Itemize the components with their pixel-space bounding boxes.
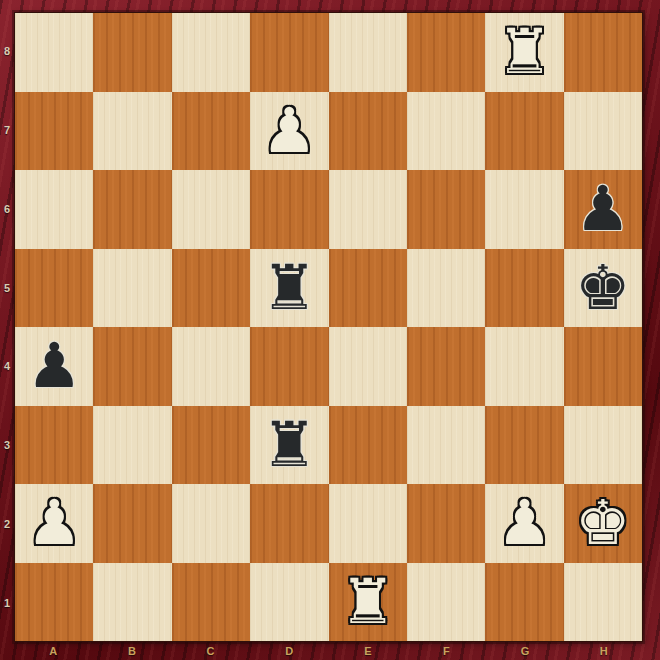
square-d3[interactable]: ♜ bbox=[250, 406, 328, 485]
square-e8[interactable] bbox=[329, 13, 407, 92]
square-g2[interactable]: ♟ bbox=[485, 484, 563, 563]
square-d5[interactable]: ♜ bbox=[250, 249, 328, 328]
square-h1[interactable] bbox=[564, 563, 642, 642]
square-g6[interactable] bbox=[485, 170, 563, 249]
square-d4[interactable] bbox=[250, 327, 328, 406]
black-king[interactable]: ♚ bbox=[564, 249, 642, 328]
square-c2[interactable] bbox=[172, 484, 250, 563]
board-frame: 8 7 6 5 4 3 2 1 ♜♟♟♜♚♟♜♟♟♚♜ A B C D E F … bbox=[0, 0, 660, 660]
square-h6[interactable]: ♟ bbox=[564, 170, 642, 249]
black-rook[interactable]: ♜ bbox=[250, 406, 328, 485]
white-pawn[interactable]: ♟ bbox=[250, 92, 328, 171]
square-f5[interactable] bbox=[407, 249, 485, 328]
square-g4[interactable] bbox=[485, 327, 563, 406]
square-f1[interactable] bbox=[407, 563, 485, 642]
square-b2[interactable] bbox=[93, 484, 171, 563]
rank-label-6: 6 bbox=[0, 170, 14, 249]
file-labels: A B C D E F G H bbox=[14, 642, 643, 660]
square-b5[interactable] bbox=[93, 249, 171, 328]
file-label-e: E bbox=[329, 642, 408, 660]
square-a4[interactable]: ♟ bbox=[15, 327, 93, 406]
square-h5[interactable]: ♚ bbox=[564, 249, 642, 328]
square-h4[interactable] bbox=[564, 327, 642, 406]
white-rook[interactable]: ♜ bbox=[485, 13, 563, 92]
square-f4[interactable] bbox=[407, 327, 485, 406]
rank-label-7: 7 bbox=[0, 91, 14, 170]
square-g8[interactable]: ♜ bbox=[485, 13, 563, 92]
square-h7[interactable] bbox=[564, 92, 642, 171]
square-g3[interactable] bbox=[485, 406, 563, 485]
square-g1[interactable] bbox=[485, 563, 563, 642]
rank-label-5: 5 bbox=[0, 248, 14, 327]
square-f2[interactable] bbox=[407, 484, 485, 563]
square-e7[interactable] bbox=[329, 92, 407, 171]
square-e5[interactable] bbox=[329, 249, 407, 328]
rank-label-1: 1 bbox=[0, 563, 14, 642]
square-h8[interactable] bbox=[564, 13, 642, 92]
square-c5[interactable] bbox=[172, 249, 250, 328]
square-e6[interactable] bbox=[329, 170, 407, 249]
square-d8[interactable] bbox=[250, 13, 328, 92]
rank-label-3: 3 bbox=[0, 406, 14, 485]
square-h3[interactable] bbox=[564, 406, 642, 485]
square-f7[interactable] bbox=[407, 92, 485, 171]
square-d7[interactable]: ♟ bbox=[250, 92, 328, 171]
file-label-a: A bbox=[14, 642, 93, 660]
square-d1[interactable] bbox=[250, 563, 328, 642]
rank-label-8: 8 bbox=[0, 12, 14, 91]
white-king[interactable]: ♚ bbox=[564, 484, 642, 563]
white-pawn[interactable]: ♟ bbox=[485, 484, 563, 563]
square-b4[interactable] bbox=[93, 327, 171, 406]
square-b7[interactable] bbox=[93, 92, 171, 171]
square-g7[interactable] bbox=[485, 92, 563, 171]
file-label-f: F bbox=[407, 642, 486, 660]
square-e1[interactable]: ♜ bbox=[329, 563, 407, 642]
square-c4[interactable] bbox=[172, 327, 250, 406]
black-pawn[interactable]: ♟ bbox=[564, 170, 642, 249]
black-pawn[interactable]: ♟ bbox=[15, 327, 93, 406]
file-label-c: C bbox=[171, 642, 250, 660]
rank-labels: 8 7 6 5 4 3 2 1 bbox=[0, 12, 14, 642]
chess-board: ♜♟♟♜♚♟♜♟♟♚♜ bbox=[14, 12, 643, 642]
square-g5[interactable] bbox=[485, 249, 563, 328]
file-label-h: H bbox=[564, 642, 643, 660]
square-a7[interactable] bbox=[15, 92, 93, 171]
square-b1[interactable] bbox=[93, 563, 171, 642]
square-f8[interactable] bbox=[407, 13, 485, 92]
square-a2[interactable]: ♟ bbox=[15, 484, 93, 563]
square-b6[interactable] bbox=[93, 170, 171, 249]
square-c6[interactable] bbox=[172, 170, 250, 249]
square-e3[interactable] bbox=[329, 406, 407, 485]
square-b3[interactable] bbox=[93, 406, 171, 485]
square-f6[interactable] bbox=[407, 170, 485, 249]
square-f3[interactable] bbox=[407, 406, 485, 485]
square-a1[interactable] bbox=[15, 563, 93, 642]
square-a8[interactable] bbox=[15, 13, 93, 92]
square-a5[interactable] bbox=[15, 249, 93, 328]
file-label-d: D bbox=[250, 642, 329, 660]
rank-label-2: 2 bbox=[0, 485, 14, 564]
square-d6[interactable] bbox=[250, 170, 328, 249]
square-c1[interactable] bbox=[172, 563, 250, 642]
square-c8[interactable] bbox=[172, 13, 250, 92]
white-pawn[interactable]: ♟ bbox=[15, 484, 93, 563]
square-a3[interactable] bbox=[15, 406, 93, 485]
file-label-b: B bbox=[93, 642, 172, 660]
file-label-g: G bbox=[486, 642, 565, 660]
square-e4[interactable] bbox=[329, 327, 407, 406]
rank-label-4: 4 bbox=[0, 327, 14, 406]
square-d2[interactable] bbox=[250, 484, 328, 563]
black-rook[interactable]: ♜ bbox=[250, 249, 328, 328]
square-e2[interactable] bbox=[329, 484, 407, 563]
square-b8[interactable] bbox=[93, 13, 171, 92]
white-rook[interactable]: ♜ bbox=[329, 563, 407, 642]
square-a6[interactable] bbox=[15, 170, 93, 249]
square-c7[interactable] bbox=[172, 92, 250, 171]
square-c3[interactable] bbox=[172, 406, 250, 485]
square-h2[interactable]: ♚ bbox=[564, 484, 642, 563]
